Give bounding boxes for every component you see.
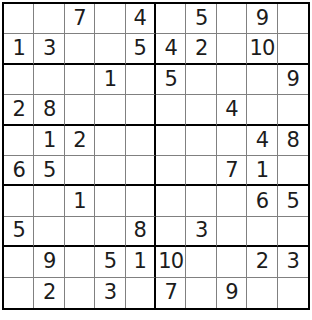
cell-r2c2[interactable]: 3 (34, 34, 64, 64)
cell-r2c8[interactable] (217, 34, 247, 64)
cell-r2c4[interactable] (95, 34, 125, 64)
cell-r3c8[interactable] (217, 65, 247, 95)
cell-r7c7[interactable] (186, 186, 216, 216)
given-digit: 1 (134, 251, 146, 272)
given-digit: 3 (43, 38, 55, 59)
cell-r10c5[interactable] (126, 278, 156, 308)
cell-r4c1[interactable]: 2 (4, 95, 34, 125)
given-digit: 8 (134, 220, 146, 241)
cell-r7c9[interactable]: 6 (247, 186, 277, 216)
cell-r3c3[interactable] (65, 65, 95, 95)
given-digit: 7 (73, 8, 85, 29)
cell-r4c9[interactable] (247, 95, 277, 125)
given-digit: 4 (225, 99, 237, 120)
cell-r6c5[interactable] (126, 156, 156, 186)
given-digit: 5 (13, 220, 25, 241)
cell-r4c2[interactable]: 8 (34, 95, 64, 125)
cell-r7c1[interactable] (4, 186, 34, 216)
cell-r6c6[interactable] (156, 156, 186, 186)
given-digit: 5 (43, 160, 55, 181)
cell-r6c8[interactable]: 7 (217, 156, 247, 186)
cell-r2c5[interactable]: 5 (126, 34, 156, 64)
cell-r1c7[interactable]: 5 (186, 4, 216, 34)
cell-r5c6[interactable] (156, 126, 186, 156)
cell-r9c3[interactable] (65, 247, 95, 277)
cell-r8c1[interactable]: 5 (4, 217, 34, 247)
cell-r1c10[interactable] (278, 4, 308, 34)
cell-r5c1[interactable] (4, 126, 34, 156)
given-digit: 6 (256, 191, 268, 212)
given-digit: 3 (104, 282, 116, 303)
given-digit: 1 (43, 130, 55, 151)
cell-r8c9[interactable] (247, 217, 277, 247)
cell-r1c6[interactable] (156, 4, 186, 34)
cell-r10c4[interactable]: 3 (95, 278, 125, 308)
given-digit: 5 (287, 191, 299, 212)
cell-r1c9[interactable]: 9 (247, 4, 277, 34)
given-digit: 1 (13, 38, 25, 59)
cell-r4c5[interactable] (126, 95, 156, 125)
given-digit: 1 (73, 191, 85, 212)
cell-r3c5[interactable] (126, 65, 156, 95)
cell-r9c4[interactable]: 5 (95, 247, 125, 277)
cell-r8c10[interactable] (278, 217, 308, 247)
given-digit: 9 (287, 69, 299, 90)
cell-r7c6[interactable] (156, 186, 186, 216)
given-digit: 9 (256, 8, 268, 29)
cell-r8c8[interactable] (217, 217, 247, 247)
cell-r10c7[interactable] (186, 278, 216, 308)
given-digit: 5 (195, 8, 207, 29)
given-digit: 9 (43, 251, 55, 272)
cell-r4c4[interactable] (95, 95, 125, 125)
cell-r7c8[interactable] (217, 186, 247, 216)
cell-r6c4[interactable] (95, 156, 125, 186)
cell-r1c3[interactable]: 7 (65, 4, 95, 34)
given-digit: 1 (256, 160, 268, 181)
cell-r9c8[interactable] (217, 247, 247, 277)
cell-r3c4[interactable]: 1 (95, 65, 125, 95)
cell-r2c7[interactable]: 2 (186, 34, 216, 64)
cell-r3c7[interactable] (186, 65, 216, 95)
given-digit: 2 (73, 130, 85, 151)
cell-r2c9[interactable]: 10 (247, 34, 277, 64)
cell-r5c10[interactable]: 8 (278, 126, 308, 156)
given-digit: 2 (256, 251, 268, 272)
cell-r10c2[interactable]: 2 (34, 278, 64, 308)
given-digit: 10 (158, 251, 183, 272)
given-digit: 5 (134, 38, 146, 59)
given-digit: 2 (13, 99, 25, 120)
cell-r9c9[interactable]: 2 (247, 247, 277, 277)
cell-r5c9[interactable]: 4 (247, 126, 277, 156)
cell-r9c6[interactable]: 10 (156, 247, 186, 277)
cell-r6c9[interactable]: 1 (247, 156, 277, 186)
cell-r1c8[interactable] (217, 4, 247, 34)
cell-r10c1[interactable] (4, 278, 34, 308)
cell-r5c2[interactable]: 1 (34, 126, 64, 156)
cell-r4c3[interactable] (65, 95, 95, 125)
given-digit: 4 (256, 130, 268, 151)
cell-r9c5[interactable]: 1 (126, 247, 156, 277)
cell-r3c6[interactable]: 5 (156, 65, 186, 95)
given-digit: 2 (195, 38, 207, 59)
cell-r9c2[interactable]: 9 (34, 247, 64, 277)
cell-r1c4[interactable] (95, 4, 125, 34)
cell-r10c8[interactable]: 9 (217, 278, 247, 308)
given-digit: 3 (195, 220, 207, 241)
cell-r10c6[interactable]: 7 (156, 278, 186, 308)
cell-r2c1[interactable]: 1 (4, 34, 34, 64)
cell-r6c2[interactable]: 5 (34, 156, 64, 186)
cell-r6c7[interactable] (186, 156, 216, 186)
cell-r10c3[interactable] (65, 278, 95, 308)
cell-r8c4[interactable] (95, 217, 125, 247)
cell-r3c9[interactable] (247, 65, 277, 95)
cell-r8c2[interactable] (34, 217, 64, 247)
cell-r6c1[interactable]: 6 (4, 156, 34, 186)
cell-r3c1[interactable] (4, 65, 34, 95)
given-digit: 7 (165, 282, 177, 303)
sudoku-board: 7459135421015928412486571165583951102323… (2, 2, 310, 310)
cell-r7c4[interactable] (95, 186, 125, 216)
cell-r2c6[interactable]: 4 (156, 34, 186, 64)
cell-r9c7[interactable] (186, 247, 216, 277)
cell-r7c5[interactable] (126, 186, 156, 216)
cell-r9c10[interactable]: 3 (278, 247, 308, 277)
cell-r1c5[interactable]: 4 (126, 4, 156, 34)
cell-r5c5[interactable] (126, 126, 156, 156)
cell-r1c1[interactable] (4, 4, 34, 34)
cell-r10c10[interactable] (278, 278, 308, 308)
given-digit: 8 (43, 99, 55, 120)
cell-r9c1[interactable] (4, 247, 34, 277)
cell-r2c3[interactable] (65, 34, 95, 64)
given-digit: 9 (225, 282, 237, 303)
cell-r7c3[interactable]: 1 (65, 186, 95, 216)
cell-r3c10[interactable]: 9 (278, 65, 308, 95)
cell-r4c8[interactable]: 4 (217, 95, 247, 125)
given-digit: 10 (250, 38, 275, 59)
cell-r2c10[interactable] (278, 34, 308, 64)
cell-r6c3[interactable] (65, 156, 95, 186)
given-digit: 4 (134, 8, 146, 29)
cell-r8c6[interactable] (156, 217, 186, 247)
given-digit: 1 (104, 69, 116, 90)
cell-r3c2[interactable] (34, 65, 64, 95)
cell-r7c2[interactable] (34, 186, 64, 216)
cell-r10c9[interactable] (247, 278, 277, 308)
cell-r4c7[interactable] (186, 95, 216, 125)
cell-r5c7[interactable] (186, 126, 216, 156)
given-digit: 7 (225, 160, 237, 181)
cell-r5c4[interactable] (95, 126, 125, 156)
cell-r8c5[interactable]: 8 (126, 217, 156, 247)
given-digit: 5 (165, 69, 177, 90)
cell-r1c2[interactable] (34, 4, 64, 34)
given-digit: 4 (165, 38, 177, 59)
given-digit: 6 (13, 160, 25, 181)
cell-r5c3[interactable]: 2 (65, 126, 95, 156)
cell-r7c10[interactable]: 5 (278, 186, 308, 216)
given-digit: 5 (104, 251, 116, 272)
given-digit: 8 (287, 130, 299, 151)
cell-r4c10[interactable] (278, 95, 308, 125)
given-digit: 2 (43, 282, 55, 303)
cell-r5c8[interactable] (217, 126, 247, 156)
cell-r8c3[interactable] (65, 217, 95, 247)
cell-r6c10[interactable] (278, 156, 308, 186)
given-digit: 3 (287, 251, 299, 272)
cell-r4c6[interactable] (156, 95, 186, 125)
cell-r8c7[interactable]: 3 (186, 217, 216, 247)
